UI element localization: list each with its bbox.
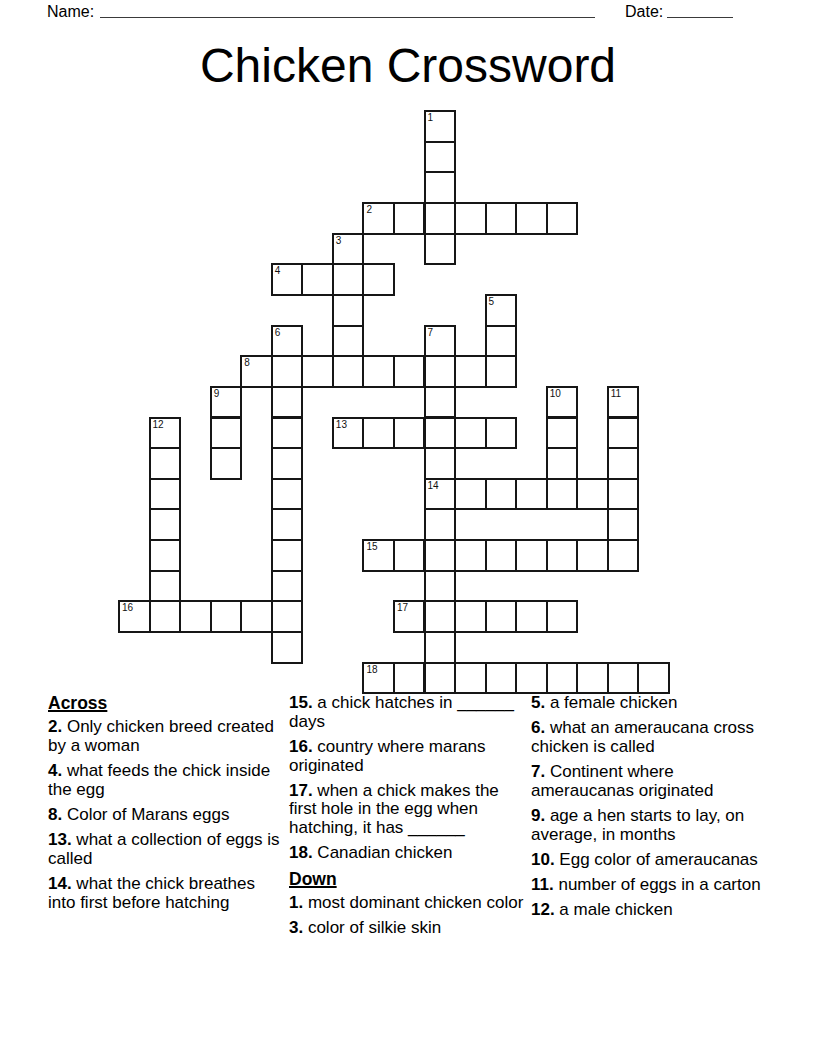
clue-number: 6. bbox=[531, 718, 545, 737]
cell-r18c16[interactable] bbox=[607, 662, 640, 695]
cell-r13c1[interactable] bbox=[149, 508, 182, 541]
cell-r10c9[interactable] bbox=[393, 417, 426, 450]
cell-r3c8[interactable]: 2 bbox=[362, 202, 395, 235]
cell-r17c10[interactable] bbox=[424, 631, 457, 664]
cell-r12c14[interactable] bbox=[546, 478, 579, 511]
clue-number: 8. bbox=[48, 805, 62, 824]
crossword-grid: 123456789101112131415161718 bbox=[118, 110, 670, 695]
cell-r16c10[interactable] bbox=[424, 600, 457, 633]
cell-number-15: 15 bbox=[366, 541, 377, 553]
clue-down-3: 3. color of silkie skin bbox=[289, 919, 527, 938]
cell-r18c13[interactable] bbox=[515, 662, 548, 695]
cell-r8c9[interactable] bbox=[393, 355, 426, 388]
cell-r9c16[interactable]: 11 bbox=[607, 386, 640, 419]
clue-down-5: 5. a female chicken bbox=[531, 694, 769, 713]
cell-number-7: 7 bbox=[428, 327, 434, 339]
clue-column-1: Across 2. Only chicken breed created by … bbox=[48, 694, 286, 919]
cell-r10c12[interactable] bbox=[485, 417, 518, 450]
cell-r13c5[interactable] bbox=[271, 508, 304, 541]
clue-number: 2. bbox=[48, 717, 62, 736]
down-header: Down bbox=[289, 870, 527, 889]
down-clues-part2: 5. a female chicken6. what an ameraucana… bbox=[531, 694, 769, 920]
cell-r7c12[interactable] bbox=[485, 325, 518, 358]
cell-r8c10[interactable] bbox=[424, 355, 457, 388]
cell-r10c11[interactable] bbox=[454, 417, 487, 450]
cell-number-1: 1 bbox=[428, 112, 434, 124]
cell-r5c8[interactable] bbox=[362, 263, 395, 296]
cell-number-10: 10 bbox=[550, 388, 561, 400]
cell-r18c12[interactable] bbox=[485, 662, 518, 695]
clue-across-2: 2. Only chicken breed created by a woman bbox=[48, 718, 286, 755]
clue-down-1: 1. most dominant chicken color bbox=[289, 894, 527, 913]
cell-r17c5[interactable] bbox=[271, 631, 304, 664]
cell-r5c6[interactable] bbox=[301, 263, 334, 296]
cell-r7c5[interactable]: 6 bbox=[271, 325, 304, 358]
clue-number: 1. bbox=[289, 893, 303, 912]
cell-r18c11[interactable] bbox=[454, 662, 487, 695]
cell-r11c14[interactable] bbox=[546, 447, 579, 480]
cell-r9c14[interactable]: 10 bbox=[546, 386, 579, 419]
cell-r8c12[interactable] bbox=[485, 355, 518, 388]
cell-r3c11[interactable] bbox=[454, 202, 487, 235]
clue-down-10: 10. Egg color of ameraucanas bbox=[531, 851, 769, 870]
clue-across-13: 13. what a collection of eggs is called bbox=[48, 831, 286, 868]
cell-r3c9[interactable] bbox=[393, 202, 426, 235]
cell-r4c10[interactable] bbox=[424, 233, 457, 266]
cell-r5c7[interactable] bbox=[332, 263, 365, 296]
clue-number: 9. bbox=[531, 806, 545, 825]
cell-r12c1[interactable] bbox=[149, 478, 182, 511]
cell-r16c4[interactable] bbox=[240, 600, 273, 633]
clue-number: 10. bbox=[531, 850, 555, 869]
cell-r9c3[interactable]: 9 bbox=[210, 386, 243, 419]
cell-r10c1[interactable]: 12 bbox=[149, 417, 182, 450]
cell-number-6: 6 bbox=[275, 327, 281, 339]
clue-down-6: 6. what an ameraucana cross chicken is c… bbox=[531, 719, 769, 756]
cell-r11c1[interactable] bbox=[149, 447, 182, 480]
cell-r10c3[interactable] bbox=[210, 417, 243, 450]
cell-r16c14[interactable] bbox=[546, 600, 579, 633]
cell-r14c16[interactable] bbox=[607, 539, 640, 572]
cell-r11c16[interactable] bbox=[607, 447, 640, 480]
cell-r8c4[interactable]: 8 bbox=[240, 355, 273, 388]
clue-down-11: 11. number of eggs in a carton bbox=[531, 876, 769, 895]
cell-r15c1[interactable] bbox=[149, 570, 182, 603]
clue-number: 18. bbox=[289, 843, 313, 862]
cell-r12c11[interactable] bbox=[454, 478, 487, 511]
cell-r15c10[interactable] bbox=[424, 570, 457, 603]
clue-number: 11. bbox=[531, 875, 554, 894]
cell-r18c15[interactable] bbox=[576, 662, 609, 695]
cell-r16c2[interactable] bbox=[179, 600, 212, 633]
cell-r10c16[interactable] bbox=[607, 417, 640, 450]
cell-r15c5[interactable] bbox=[271, 570, 304, 603]
clue-across-8: 8. Color of Marans eggs bbox=[48, 806, 286, 825]
name-blank-line[interactable] bbox=[100, 17, 595, 18]
clue-number: 4. bbox=[48, 761, 62, 780]
cell-number-4: 4 bbox=[275, 265, 281, 277]
cell-r8c6[interactable] bbox=[301, 355, 334, 388]
clue-column-3: 5. a female chicken6. what an ameraucana… bbox=[531, 694, 769, 926]
cell-r16c11[interactable] bbox=[454, 600, 487, 633]
clue-across-18: 18. Canadian chicken bbox=[289, 844, 527, 863]
clue-across-4: 4. what feeds the chick inside the egg bbox=[48, 762, 286, 799]
clue-down-12: 12. a male chicken bbox=[531, 901, 769, 920]
cell-r3c10[interactable] bbox=[424, 202, 457, 235]
cell-number-9: 9 bbox=[214, 388, 220, 400]
cell-r16c0[interactable]: 16 bbox=[118, 600, 151, 633]
clue-number: 12. bbox=[531, 900, 555, 919]
cell-r6c7[interactable] bbox=[332, 294, 365, 327]
cell-r11c10[interactable] bbox=[424, 447, 457, 480]
date-label: Date: bbox=[625, 3, 663, 21]
cell-r10c10[interactable] bbox=[424, 417, 457, 450]
cell-number-17: 17 bbox=[397, 602, 408, 614]
clue-number: 17. bbox=[289, 781, 313, 800]
cell-r10c5[interactable] bbox=[271, 417, 304, 450]
cell-r14c15[interactable] bbox=[576, 539, 609, 572]
cell-number-11: 11 bbox=[611, 388, 621, 400]
clue-column-2: 15. a chick hatches in ______ days16. co… bbox=[289, 694, 527, 944]
cell-r12c10[interactable]: 14 bbox=[424, 478, 457, 511]
cell-r14c12[interactable] bbox=[485, 539, 518, 572]
cell-r1c10[interactable] bbox=[424, 141, 457, 174]
worksheet-page: Name: Date: Chicken Crossword 1234567891… bbox=[0, 0, 816, 1056]
clue-down-7: 7. Continent where ameraucanas originate… bbox=[531, 763, 769, 800]
cell-r0c10[interactable]: 1 bbox=[424, 110, 457, 143]
cell-number-13: 13 bbox=[336, 419, 347, 431]
cell-r16c5[interactable] bbox=[271, 600, 304, 633]
cell-number-8: 8 bbox=[244, 357, 250, 369]
cell-r5c5[interactable]: 4 bbox=[271, 263, 304, 296]
cell-r11c5[interactable] bbox=[271, 447, 304, 480]
cell-r18c8[interactable]: 18 bbox=[362, 662, 395, 695]
clue-across-17: 17. when a chick makes the first hole in… bbox=[289, 782, 527, 838]
cell-number-12: 12 bbox=[153, 419, 164, 431]
clue-number: 14. bbox=[48, 874, 72, 893]
clue-across-14: 14. what the chick breathes into first b… bbox=[48, 875, 286, 912]
cell-r14c13[interactable] bbox=[515, 539, 548, 572]
cell-r7c10[interactable]: 7 bbox=[424, 325, 457, 358]
cell-r8c8[interactable] bbox=[362, 355, 395, 388]
cell-number-5: 5 bbox=[489, 296, 495, 308]
cell-r14c11[interactable] bbox=[454, 539, 487, 572]
cell-r7c7[interactable] bbox=[332, 325, 365, 358]
cell-r2c10[interactable] bbox=[424, 171, 457, 204]
cell-r4c7[interactable]: 3 bbox=[332, 233, 365, 266]
cell-r14c14[interactable] bbox=[546, 539, 579, 572]
cell-r12c16[interactable] bbox=[607, 478, 640, 511]
page-title: Chicken Crossword bbox=[0, 38, 816, 93]
cell-r16c9[interactable]: 17 bbox=[393, 600, 426, 633]
cell-r14c5[interactable] bbox=[271, 539, 304, 572]
cell-r18c14[interactable] bbox=[546, 662, 579, 695]
cell-r12c12[interactable] bbox=[485, 478, 518, 511]
clue-down-9: 9. age a hen starts to lay, on average, … bbox=[531, 807, 769, 844]
cell-number-14: 14 bbox=[428, 480, 439, 492]
cell-r10c8[interactable] bbox=[362, 417, 395, 450]
across-clues-part2: 15. a chick hatches in ______ days16. co… bbox=[289, 694, 527, 863]
cell-r14c1[interactable] bbox=[149, 539, 182, 572]
cell-number-2: 2 bbox=[366, 204, 372, 216]
cell-number-3: 3 bbox=[336, 235, 342, 247]
clue-across-16: 16. country where marans originated bbox=[289, 738, 527, 775]
cell-r8c7[interactable] bbox=[332, 355, 365, 388]
cell-r18c9[interactable] bbox=[393, 662, 426, 695]
cell-r12c5[interactable] bbox=[271, 478, 304, 511]
cell-r16c1[interactable] bbox=[149, 600, 182, 633]
cell-r16c12[interactable] bbox=[485, 600, 518, 633]
clue-number: 15. bbox=[289, 693, 313, 712]
cell-r10c7[interactable]: 13 bbox=[332, 417, 365, 450]
cell-r12c15[interactable] bbox=[576, 478, 609, 511]
clue-number: 13. bbox=[48, 830, 72, 849]
cell-r14c10[interactable] bbox=[424, 539, 457, 572]
cell-r13c16[interactable] bbox=[607, 508, 640, 541]
cell-r3c12[interactable] bbox=[485, 202, 518, 235]
name-label: Name: bbox=[47, 3, 94, 21]
cell-r16c3[interactable] bbox=[210, 600, 243, 633]
cell-r9c5[interactable] bbox=[271, 386, 304, 419]
cell-r14c8[interactable]: 15 bbox=[362, 539, 395, 572]
across-header: Across bbox=[48, 694, 286, 713]
cell-r11c3[interactable] bbox=[210, 447, 243, 480]
cell-r13c10[interactable] bbox=[424, 508, 457, 541]
cell-r18c17[interactable] bbox=[637, 662, 670, 695]
clue-number: 3. bbox=[289, 918, 303, 937]
clue-number: 5. bbox=[531, 693, 545, 712]
cell-r3c13[interactable] bbox=[515, 202, 548, 235]
cell-r16c13[interactable] bbox=[515, 600, 548, 633]
cell-r12c13[interactable] bbox=[515, 478, 548, 511]
cell-r9c10[interactable] bbox=[424, 386, 457, 419]
cell-r3c14[interactable] bbox=[546, 202, 579, 235]
date-blank-line[interactable] bbox=[667, 17, 733, 18]
clue-number: 16. bbox=[289, 737, 313, 756]
cell-r14c9[interactable] bbox=[393, 539, 426, 572]
down-clues-part1: 1. most dominant chicken color3. color o… bbox=[289, 894, 527, 938]
clue-number: 7. bbox=[531, 762, 545, 781]
cell-number-18: 18 bbox=[366, 664, 377, 676]
clue-across-15: 15. a chick hatches in ______ days bbox=[289, 694, 527, 731]
cell-r8c5[interactable] bbox=[271, 355, 304, 388]
cell-number-16: 16 bbox=[122, 602, 133, 614]
across-clues-part1: 2. Only chicken breed created by a woman… bbox=[48, 718, 286, 912]
cell-r6c12[interactable]: 5 bbox=[485, 294, 518, 327]
cell-r8c11[interactable] bbox=[454, 355, 487, 388]
cell-r18c10[interactable] bbox=[424, 662, 457, 695]
cell-r10c14[interactable] bbox=[546, 417, 579, 450]
